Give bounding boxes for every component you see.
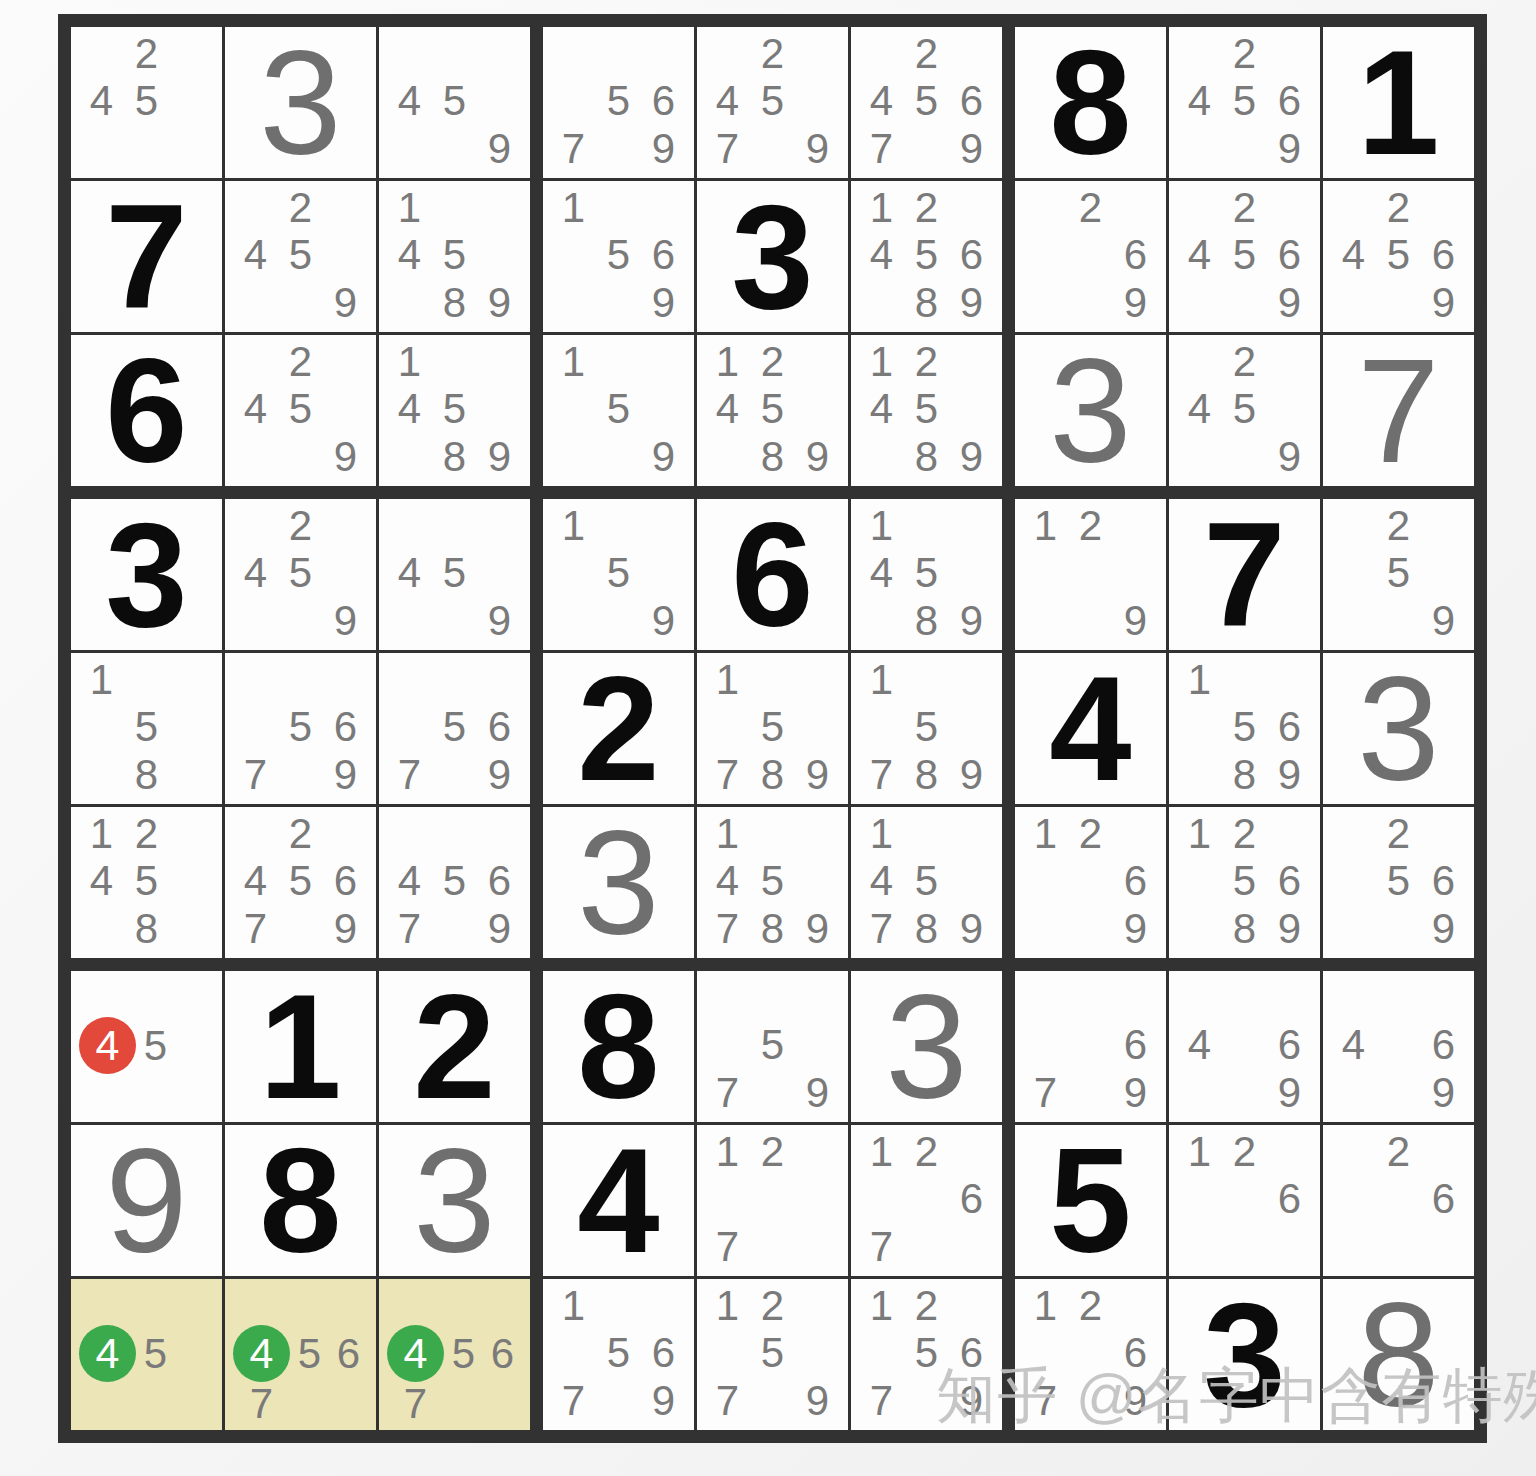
candidate-9: 9 [795, 905, 840, 953]
candidate-7: 7 [233, 1382, 290, 1425]
candidate-grid: 459 [379, 27, 530, 178]
candidate-1: 1 [705, 1128, 750, 1176]
digit: 4 [1015, 653, 1166, 804]
candidate-9: 9 [949, 597, 994, 645]
candidate-6: 6 [1421, 232, 1466, 280]
candidate-1: 1 [79, 810, 124, 858]
circled-candidate-green: 4 [79, 1325, 136, 1382]
candidate-8: 8 [432, 279, 477, 327]
candidate-1: 1 [705, 338, 750, 386]
cell-r4c9[interactable]: 259 [1323, 499, 1474, 650]
cell-r1c3[interactable]: 459 [379, 27, 530, 178]
cell-r9c5[interactable]: 12579 [697, 1279, 848, 1430]
cell-r6c4[interactable]: 3 [543, 807, 694, 958]
candidate-grid: 14589 [851, 499, 1002, 650]
candidate-2: 2 [1068, 184, 1113, 232]
candidate-6: 6 [949, 78, 994, 126]
candidate-2: 2 [1376, 184, 1421, 232]
candidate-9: 9 [1267, 433, 1312, 481]
digit: 8 [225, 1125, 376, 1276]
candidate-grid: 124589 [851, 335, 1002, 486]
cell-r4c6[interactable]: 14589 [851, 499, 1002, 650]
cell-r9c7[interactable]: 12679 [1015, 1279, 1166, 1430]
cell-r6c6[interactable]: 145789 [851, 807, 1002, 958]
candidate-grid: 12579 [697, 1279, 848, 1430]
cell-r7c6[interactable]: 3 [851, 971, 1002, 1122]
digit: 3 [543, 807, 694, 958]
candidate-8: 8 [904, 433, 949, 481]
candidate-grid: 469 [1169, 971, 1320, 1122]
cell-r1c7[interactable]: 8 [1015, 27, 1166, 178]
candidate-grid: 5679 [543, 27, 694, 178]
cell-r6c7[interactable]: 1269 [1015, 807, 1166, 958]
candidate-8: 8 [124, 751, 169, 799]
candidate-4: 4 [79, 1017, 136, 1074]
candidate-6: 6 [1267, 1022, 1312, 1070]
candidate-1: 1 [859, 1128, 904, 1176]
candidate-9: 9 [949, 433, 994, 481]
candidate-8: 8 [432, 433, 477, 481]
digit: 2 [543, 653, 694, 804]
candidate-4: 4 [79, 78, 124, 126]
cell-r7c4[interactable]: 8 [543, 971, 694, 1122]
candidate-9: 9 [949, 751, 994, 799]
cell-r2c6[interactable]: 1245689 [851, 181, 1002, 332]
candidate-5: 5 [432, 550, 477, 598]
candidate-4: 4 [387, 858, 432, 906]
cell-r1c2[interactable]: 3 [225, 27, 376, 178]
candidate-7: 7 [233, 905, 278, 953]
candidate-7: 7 [387, 905, 432, 953]
candidate-5: 5 [278, 704, 323, 752]
candidate-5: 5 [750, 858, 795, 906]
cell-r4c5[interactable]: 6 [697, 499, 848, 650]
candidate-7: 7 [705, 1069, 750, 1117]
candidate-grid: 24569 [1323, 181, 1474, 332]
candidate-7: 7 [387, 1382, 444, 1425]
candidate-6: 6 [949, 232, 994, 280]
cell-r9c8[interactable]: 3 [1169, 1279, 1320, 1430]
cell-r4c2[interactable]: 2459 [225, 499, 376, 650]
candidate-grid: 24579 [697, 27, 848, 178]
cell-r3c5[interactable]: 124589 [697, 335, 848, 486]
candidate-7: 7 [859, 1223, 904, 1271]
candidate-4: 4 [859, 858, 904, 906]
cell-r4c8[interactable]: 7 [1169, 499, 1320, 650]
cell-r2c3[interactable]: 14589 [379, 181, 530, 332]
candidate-4: 4 [79, 858, 124, 906]
cell-r7c9[interactable]: 469 [1323, 971, 1474, 1122]
candidate-5: 5 [278, 550, 323, 598]
cell-r6c2[interactable]: 245679 [225, 807, 376, 958]
candidate-2: 2 [1222, 184, 1267, 232]
candidate-grid: 1569 [543, 181, 694, 332]
candidate-9: 9 [477, 905, 522, 953]
candidate-grid: 2569 [1323, 807, 1474, 958]
candidate-grid: 579 [697, 971, 848, 1122]
candidate-grid: 145789 [697, 807, 848, 958]
candidate-1: 1 [705, 1282, 750, 1330]
candidate-9: 9 [477, 279, 522, 327]
digit: 8 [1015, 27, 1166, 178]
candidate-5: 5 [750, 1022, 795, 1070]
digit: 3 [379, 1125, 530, 1276]
candidate-grid: 159 [543, 335, 694, 486]
candidate-7: 7 [705, 1223, 750, 1271]
candidate-6: 6 [641, 232, 686, 280]
candidate-grid: 15789 [697, 653, 848, 804]
candidate-5: 5 [124, 858, 169, 906]
candidate-6: 6 [323, 704, 368, 752]
cell-r3c8[interactable]: 2459 [1169, 335, 1320, 486]
cell-r9c9[interactable]: 8 [1323, 1279, 1474, 1430]
candidate-grid: 5679 [379, 653, 530, 804]
candidate-grid: 125679 [851, 1279, 1002, 1430]
cell-r8c3[interactable]: 3 [379, 1125, 530, 1276]
candidate-5: 5 [1222, 704, 1267, 752]
candidate-5: 5 [750, 704, 795, 752]
candidate-grid: 1267 [851, 1125, 1002, 1276]
cell-r2c8[interactable]: 24569 [1169, 181, 1320, 332]
cell-r6c8[interactable]: 125689 [1169, 807, 1320, 958]
candidate-5: 5 [904, 232, 949, 280]
cell-r4c4[interactable]: 159 [543, 499, 694, 650]
cell-r3c1[interactable]: 6 [71, 335, 222, 486]
candidate-9: 9 [795, 1069, 840, 1117]
candidate-2: 2 [1376, 502, 1421, 550]
cell-r7c3[interactable]: 2 [379, 971, 530, 1122]
cell-r8c4[interactable]: 4 [543, 1125, 694, 1276]
candidate-6: 6 [483, 1325, 522, 1382]
candidate-4: 4 [79, 1325, 136, 1382]
cell-r1c9[interactable]: 1 [1323, 27, 1474, 178]
candidate-9: 9 [323, 597, 368, 645]
candidate-9: 9 [1421, 1069, 1466, 1117]
cell-r5c8[interactable]: 15689 [1169, 653, 1320, 804]
candidate-7: 7 [705, 751, 750, 799]
cell-r5c4[interactable]: 2 [543, 653, 694, 804]
cell-r6c9[interactable]: 2569 [1323, 807, 1474, 958]
candidate-8: 8 [904, 905, 949, 953]
candidate-7: 7 [551, 1377, 596, 1425]
candidate-1: 1 [551, 1282, 596, 1330]
cell-r9c3[interactable]: 4567 [379, 1279, 530, 1430]
candidate-1: 1 [79, 656, 124, 704]
cell-r8c6[interactable]: 1267 [851, 1125, 1002, 1276]
candidate-grid: 469 [1323, 971, 1474, 1122]
digit: 8 [1323, 1279, 1474, 1430]
cell-r9c2[interactable]: 4567 [225, 1279, 376, 1430]
candidate-1: 1 [387, 338, 432, 386]
candidate-5: 5 [444, 1325, 483, 1382]
candidate-grid: 125689 [1169, 807, 1320, 958]
candidate-9: 9 [323, 433, 368, 481]
candidate-5: 5 [1222, 78, 1267, 126]
candidate-7: 7 [1023, 1069, 1068, 1117]
candidate-5: 5 [904, 386, 949, 434]
candidate-grid: 159 [543, 499, 694, 650]
cell-r3c7[interactable]: 3 [1015, 335, 1166, 486]
candidate-5: 5 [904, 1330, 949, 1378]
candidate-1: 1 [705, 656, 750, 704]
candidate-grid: 245 [71, 27, 222, 178]
candidate-8: 8 [124, 905, 169, 953]
candidate-grid: 24569 [1169, 181, 1320, 332]
candidate-9: 9 [1113, 905, 1158, 953]
candidate-9: 9 [1267, 751, 1312, 799]
candidate-5: 5 [596, 232, 641, 280]
candidate-4: 4 [705, 78, 750, 126]
candidate-4: 4 [859, 78, 904, 126]
cell-r2c2[interactable]: 2459 [225, 181, 376, 332]
candidate-1: 1 [859, 656, 904, 704]
candidate-grid: 15789 [851, 653, 1002, 804]
cell-r4c1[interactable]: 3 [71, 499, 222, 650]
candidate-4: 4 [859, 232, 904, 280]
candidate-grid: 14589 [379, 181, 530, 332]
cell-r4c7[interactable]: 129 [1015, 499, 1166, 650]
candidate-6: 6 [949, 1176, 994, 1224]
candidate-5: 5 [432, 232, 477, 280]
cell-r8c7[interactable]: 5 [1015, 1125, 1166, 1276]
candidate-8: 8 [750, 751, 795, 799]
cell-r7c2[interactable]: 1 [225, 971, 376, 1122]
candidate-grid: 45679 [379, 807, 530, 958]
candidate-4: 4 [1177, 1022, 1222, 1070]
digit: 3 [71, 499, 222, 650]
candidate-5: 5 [904, 704, 949, 752]
candidate-7: 7 [859, 751, 904, 799]
candidate-7: 7 [859, 125, 904, 173]
candidate-6: 6 [1421, 1022, 1466, 1070]
candidate-2: 2 [904, 30, 949, 78]
candidate-5: 5 [278, 858, 323, 906]
candidate-6: 6 [1267, 232, 1312, 280]
cell-r5c5[interactable]: 15789 [697, 653, 848, 804]
candidate-1: 1 [705, 810, 750, 858]
cell-r7c1[interactable]: 45 [71, 971, 222, 1122]
candidate-6: 6 [1113, 232, 1158, 280]
cell-r6c1[interactable]: 12458 [71, 807, 222, 958]
cell-r3c4[interactable]: 159 [543, 335, 694, 486]
cell-r2c5[interactable]: 3 [697, 181, 848, 332]
candidate-5: 5 [432, 858, 477, 906]
candidate-6: 6 [949, 1330, 994, 1378]
candidate-grid: 4567 [379, 1279, 530, 1430]
candidate-9: 9 [1267, 905, 1312, 953]
candidate-6: 6 [641, 1330, 686, 1378]
candidate-9: 9 [477, 597, 522, 645]
cell-r1c5[interactable]: 24579 [697, 27, 848, 178]
candidate-5: 5 [904, 550, 949, 598]
candidate-9: 9 [795, 433, 840, 481]
candidate-1: 1 [551, 338, 596, 386]
candidate-9: 9 [949, 905, 994, 953]
cell-r3c2[interactable]: 2459 [225, 335, 376, 486]
candidate-2: 2 [904, 1282, 949, 1330]
circled-candidate-green: 4 [233, 1325, 290, 1382]
candidate-grid: 259 [1323, 499, 1474, 650]
candidate-grid: 2459 [225, 335, 376, 486]
candidate-grid: 45 [71, 971, 222, 1122]
cell-r1c8[interactable]: 24569 [1169, 27, 1320, 178]
candidate-7: 7 [705, 1377, 750, 1425]
cell-r1c6[interactable]: 245679 [851, 27, 1002, 178]
candidate-5: 5 [904, 78, 949, 126]
candidate-9: 9 [477, 751, 522, 799]
cell-r8c8[interactable]: 126 [1169, 1125, 1320, 1276]
candidate-grid: 158 [71, 653, 222, 804]
candidate-9: 9 [323, 751, 368, 799]
candidate-4: 4 [233, 1325, 290, 1382]
candidate-9: 9 [949, 279, 994, 327]
digit: 8 [543, 971, 694, 1122]
digit: 6 [697, 499, 848, 650]
candidate-5: 5 [432, 704, 477, 752]
candidate-grid: 2459 [1169, 335, 1320, 486]
cell-r6c5[interactable]: 145789 [697, 807, 848, 958]
candidate-7: 7 [551, 125, 596, 173]
cell-r7c5[interactable]: 579 [697, 971, 848, 1122]
candidate-4: 4 [387, 550, 432, 598]
candidate-5: 5 [596, 78, 641, 126]
cell-r5c1[interactable]: 158 [71, 653, 222, 804]
candidate-7: 7 [233, 751, 278, 799]
candidate-2: 2 [1222, 30, 1267, 78]
cell-r9c6[interactable]: 125679 [851, 1279, 1002, 1430]
cell-r2c1[interactable]: 7 [71, 181, 222, 332]
candidate-5: 5 [596, 386, 641, 434]
candidate-2: 2 [1222, 1128, 1267, 1176]
candidate-5: 5 [124, 78, 169, 126]
cell-r3c9[interactable]: 7 [1323, 335, 1474, 486]
candidate-9: 9 [1421, 279, 1466, 327]
candidate-5: 5 [432, 386, 477, 434]
candidate-9: 9 [949, 125, 994, 173]
candidate-grid: 1245689 [851, 181, 1002, 332]
cell-r5c9[interactable]: 3 [1323, 653, 1474, 804]
candidate-7: 7 [859, 905, 904, 953]
candidate-4: 4 [859, 386, 904, 434]
candidate-grid: 145789 [851, 807, 1002, 958]
candidate-2: 2 [750, 338, 795, 386]
cell-r5c3[interactable]: 5679 [379, 653, 530, 804]
candidate-grid: 126 [1169, 1125, 1320, 1276]
candidate-6: 6 [477, 704, 522, 752]
candidate-9: 9 [1267, 279, 1312, 327]
cell-r6c3[interactable]: 45679 [379, 807, 530, 958]
candidate-6: 6 [1267, 78, 1312, 126]
cell-r5c2[interactable]: 5679 [225, 653, 376, 804]
cell-r1c1[interactable]: 245 [71, 27, 222, 178]
cell-r4c3[interactable]: 459 [379, 499, 530, 650]
digit: 3 [851, 971, 1002, 1122]
candidate-2: 2 [278, 810, 323, 858]
cell-r2c7[interactable]: 269 [1015, 181, 1166, 332]
candidate-grid: 245679 [225, 807, 376, 958]
candidate-9: 9 [641, 1377, 686, 1425]
candidate-5: 5 [432, 78, 477, 126]
cell-r2c4[interactable]: 1569 [543, 181, 694, 332]
candidate-4: 4 [387, 78, 432, 126]
candidate-9: 9 [641, 597, 686, 645]
candidate-9: 9 [477, 125, 522, 173]
cell-r1c4[interactable]: 5679 [543, 27, 694, 178]
digit: 9 [71, 1125, 222, 1276]
candidate-2: 2 [904, 338, 949, 386]
candidate-9: 9 [323, 279, 368, 327]
candidate-9: 9 [641, 279, 686, 327]
candidate-4: 4 [387, 232, 432, 280]
cell-r9c4[interactable]: 15679 [543, 1279, 694, 1430]
candidate-grid: 15679 [543, 1279, 694, 1430]
candidate-2: 2 [1068, 1282, 1113, 1330]
candidate-2: 2 [1068, 502, 1113, 550]
cell-r8c5[interactable]: 127 [697, 1125, 848, 1276]
candidate-4: 4 [859, 550, 904, 598]
candidate-5: 5 [136, 1325, 175, 1382]
cell-r2c9[interactable]: 24569 [1323, 181, 1474, 332]
candidate-5: 5 [1376, 232, 1421, 280]
candidate-grid: 12679 [1015, 1279, 1166, 1430]
candidate-8: 8 [904, 279, 949, 327]
cell-r8c9[interactable]: 26 [1323, 1125, 1474, 1276]
cell-r7c7[interactable]: 679 [1015, 971, 1166, 1122]
cell-r5c6[interactable]: 15789 [851, 653, 1002, 804]
cell-r8c1[interactable]: 9 [71, 1125, 222, 1276]
candidate-7: 7 [705, 125, 750, 173]
candidate-1: 1 [859, 338, 904, 386]
candidate-grid: 4567 [225, 1279, 376, 1430]
candidate-grid: 269 [1015, 181, 1166, 332]
candidate-7: 7 [705, 905, 750, 953]
candidate-grid: 14589 [379, 335, 530, 486]
cell-r3c3[interactable]: 14589 [379, 335, 530, 486]
candidate-grid: 124589 [697, 335, 848, 486]
digit: 1 [225, 971, 376, 1122]
candidate-9: 9 [641, 125, 686, 173]
digit: 4 [543, 1125, 694, 1276]
cell-r8c2[interactable]: 8 [225, 1125, 376, 1276]
candidate-9: 9 [1113, 1377, 1158, 1425]
candidate-2: 2 [1376, 810, 1421, 858]
candidate-5: 5 [750, 1330, 795, 1378]
digit: 5 [1015, 1125, 1166, 1276]
candidate-4: 4 [1331, 1022, 1376, 1070]
candidate-1: 1 [1177, 656, 1222, 704]
candidate-2: 2 [904, 184, 949, 232]
candidate-9: 9 [1267, 125, 1312, 173]
candidate-8: 8 [750, 905, 795, 953]
digit: 7 [1323, 335, 1474, 486]
candidate-1: 1 [1023, 1282, 1068, 1330]
cell-r5c7[interactable]: 4 [1015, 653, 1166, 804]
digit: 3 [1015, 335, 1166, 486]
cell-r9c1[interactable]: 45 [71, 1279, 222, 1430]
cell-r7c8[interactable]: 469 [1169, 971, 1320, 1122]
digit: 3 [697, 181, 848, 332]
candidate-8: 8 [904, 597, 949, 645]
candidate-5: 5 [278, 386, 323, 434]
cell-r3c6[interactable]: 124589 [851, 335, 1002, 486]
digit: 7 [71, 181, 222, 332]
digit: 7 [1169, 499, 1320, 650]
candidate-5: 5 [136, 1017, 175, 1074]
candidate-2: 2 [750, 30, 795, 78]
candidate-6: 6 [477, 858, 522, 906]
candidate-5: 5 [278, 232, 323, 280]
candidate-9: 9 [795, 125, 840, 173]
